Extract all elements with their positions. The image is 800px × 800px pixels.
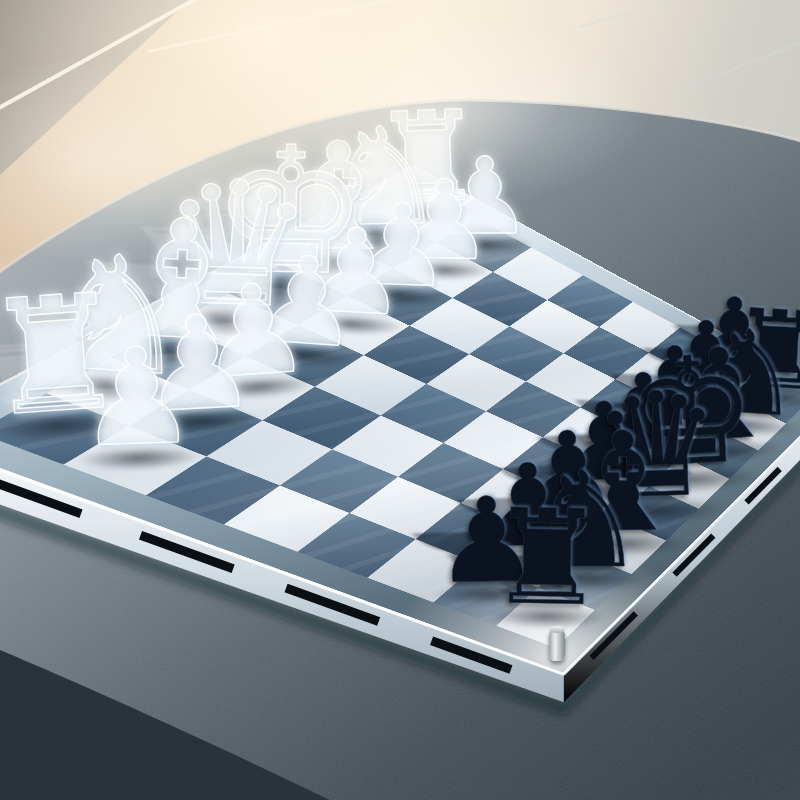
black-rook-a8[interactable]: ♜♜ <box>487 491 607 624</box>
metal-peg <box>549 629 565 661</box>
piece-glyph: ♜ <box>487 491 607 624</box>
white-pawn-a2[interactable]: ♟♟ <box>75 330 199 468</box>
piece-glyph: ♟ <box>75 330 199 468</box>
photo-scene: ♜♜♞♞♝♝♛♛♚♚♝♝♞♞♜♜♟♟♟♟♟♟♟♟♟♟♟♟♟♟♟♟♟♟♟♟♟♟♟♟… <box>0 0 800 800</box>
